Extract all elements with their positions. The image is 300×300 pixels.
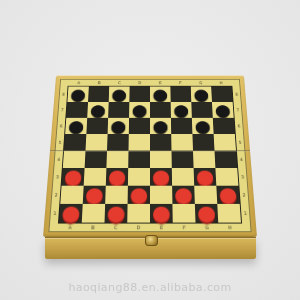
black-piece-f7[interactable]: ● (173, 102, 189, 118)
board-frame: ABCDEFGH 87654321 ●●●●●●●●●●●●●●●●●●●●●●… (43, 75, 257, 237)
square-c3[interactable]: ● (106, 168, 128, 186)
red-piece-a1[interactable]: ● (61, 203, 81, 224)
square-e6[interactable]: ● (150, 118, 171, 134)
black-piece-h7[interactable]: ● (214, 102, 231, 118)
watermark: haoqiang88.en.alibaba.com (0, 281, 300, 294)
square-d7[interactable]: ● (129, 102, 150, 118)
square-e3[interactable]: ● (150, 168, 172, 186)
board-plate: ABCDEFGH 87654321 ●●●●●●●●●●●●●●●●●●●●●●… (48, 79, 251, 232)
square-d4[interactable] (128, 151, 150, 168)
rank-label-6: 6 (235, 118, 244, 134)
board-grid: ●●●●●●●●●●●●●●●●●●●●●●●● (58, 86, 242, 224)
square-h6[interactable] (213, 118, 235, 134)
black-piece-c6[interactable]: ● (110, 118, 126, 134)
rank-label-2: 2 (52, 186, 61, 204)
rank-label-7: 7 (234, 102, 242, 118)
file-label-h: H (218, 224, 241, 232)
red-piece-d2[interactable]: ● (129, 185, 148, 205)
black-piece-a6[interactable]: ● (68, 118, 85, 134)
square-h4[interactable] (215, 151, 238, 168)
file-label-h: H (211, 80, 232, 86)
square-a5[interactable] (64, 134, 86, 151)
file-label-a: A (69, 80, 90, 86)
rank-label-5: 5 (236, 134, 245, 151)
file-label-b: B (81, 224, 104, 232)
black-piece-e6[interactable]: ● (153, 118, 169, 134)
square-g3[interactable]: ● (194, 168, 217, 186)
rank-label-3: 3 (238, 168, 247, 186)
rank-label-2: 2 (239, 186, 248, 204)
red-piece-c1[interactable]: ● (106, 203, 125, 224)
square-c6[interactable]: ● (108, 118, 129, 134)
file-label-g: G (191, 80, 212, 86)
black-piece-c8[interactable]: ● (111, 87, 127, 102)
square-a3[interactable]: ● (62, 168, 85, 186)
square-e8[interactable]: ● (150, 87, 171, 102)
square-d6[interactable] (129, 118, 150, 134)
rank-label-4: 4 (237, 151, 246, 168)
file-label-a: A (58, 224, 81, 232)
square-f7[interactable]: ● (171, 102, 192, 118)
square-c5[interactable] (107, 134, 129, 151)
rank-label-8: 8 (232, 87, 240, 102)
board-scene: ABCDEFGH 87654321 ●●●●●●●●●●●●●●●●●●●●●●… (43, 47, 257, 259)
black-piece-d7[interactable]: ● (132, 102, 148, 118)
red-piece-f2[interactable]: ● (174, 185, 193, 205)
file-label-f: F (170, 80, 190, 86)
black-piece-g6[interactable]: ● (194, 118, 211, 134)
checkers-board: ABCDEFGH 87654321 ●●●●●●●●●●●●●●●●●●●●●●… (43, 75, 257, 237)
black-piece-a8[interactable]: ● (70, 87, 87, 102)
file-labels-top: ABCDEFGH (69, 80, 232, 86)
square-b5[interactable] (85, 134, 107, 151)
file-label-e: E (150, 80, 170, 86)
black-piece-e8[interactable]: ● (152, 87, 168, 102)
rank-label-5: 5 (56, 134, 65, 151)
red-piece-g1[interactable]: ● (197, 203, 217, 224)
red-piece-e1[interactable]: ● (152, 203, 171, 224)
rank-label-4: 4 (54, 151, 63, 168)
square-a1[interactable]: ● (59, 204, 83, 223)
rank-label-3: 3 (53, 168, 62, 186)
square-g5[interactable] (192, 134, 214, 151)
brass-clasp-icon (145, 235, 158, 246)
square-f2[interactable]: ● (172, 186, 195, 204)
square-c8[interactable]: ● (109, 87, 130, 102)
file-label-b: B (89, 80, 110, 86)
red-piece-h2[interactable]: ● (218, 185, 238, 205)
file-label-c: C (104, 224, 127, 232)
red-piece-c3[interactable]: ● (108, 167, 127, 186)
square-e1[interactable]: ● (150, 204, 173, 223)
file-label-f: F (173, 224, 196, 232)
square-a8[interactable]: ● (67, 87, 88, 102)
red-piece-b2[interactable]: ● (85, 185, 104, 205)
red-piece-g3[interactable]: ● (195, 167, 214, 186)
square-d2[interactable]: ● (128, 186, 150, 204)
square-g1[interactable]: ● (195, 204, 218, 223)
rank-label-1: 1 (50, 204, 59, 223)
red-piece-e3[interactable]: ● (152, 167, 170, 186)
square-c1[interactable]: ● (105, 204, 128, 223)
file-label-c: C (109, 80, 129, 86)
file-labels-bottom: ABCDEFGH (58, 224, 241, 232)
square-h7[interactable]: ● (212, 102, 234, 118)
black-piece-g8[interactable]: ● (193, 87, 209, 102)
square-h1[interactable] (217, 204, 241, 223)
rank-label-8: 8 (59, 87, 67, 102)
square-f6[interactable] (171, 118, 192, 134)
square-h5[interactable] (214, 134, 236, 151)
square-f1[interactable] (172, 204, 195, 223)
photo-background: ABCDEFGH 87654321 ●●●●●●●●●●●●●●●●●●●●●●… (0, 0, 300, 300)
square-h2[interactable]: ● (216, 186, 239, 204)
file-label-d: D (130, 80, 150, 86)
black-piece-b7[interactable]: ● (90, 102, 106, 118)
file-label-g: G (196, 224, 219, 232)
square-b2[interactable]: ● (83, 186, 106, 204)
rank-label-7: 7 (58, 102, 66, 118)
rank-label-6: 6 (57, 118, 66, 134)
box-front-edge (45, 237, 256, 259)
square-b4[interactable] (85, 151, 107, 168)
red-piece-a3[interactable]: ● (63, 167, 83, 186)
file-label-d: D (127, 224, 150, 232)
square-g6[interactable]: ● (192, 118, 214, 134)
square-b7[interactable]: ● (87, 102, 108, 118)
square-f4[interactable] (172, 151, 194, 168)
square-d1[interactable] (127, 204, 150, 223)
file-label-e: E (150, 224, 173, 232)
square-a6[interactable]: ● (65, 118, 87, 134)
square-b1[interactable] (82, 204, 105, 223)
hinge-seam (50, 150, 250, 152)
square-f5[interactable] (171, 134, 193, 151)
square-b6[interactable] (86, 118, 108, 134)
square-d5[interactable] (128, 134, 150, 151)
square-g8[interactable]: ● (191, 87, 212, 102)
rank-label-1: 1 (241, 204, 250, 223)
square-e5[interactable] (150, 134, 172, 151)
